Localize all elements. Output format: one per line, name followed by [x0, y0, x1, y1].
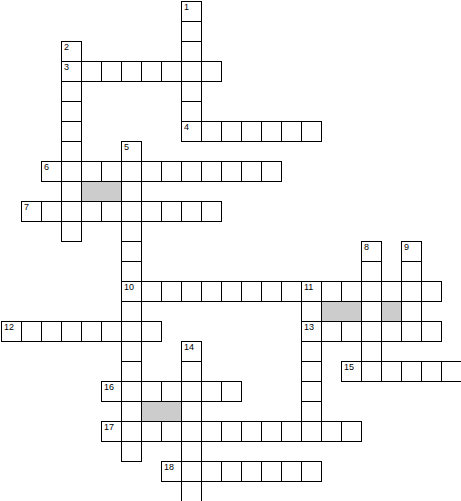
crossword-cell[interactable]	[421, 281, 442, 302]
crossword-cell[interactable]	[121, 221, 142, 242]
crossword-cell[interactable]	[81, 201, 102, 222]
crossword-cell[interactable]	[201, 161, 222, 182]
crossword-cell[interactable]	[381, 321, 402, 342]
crossword-cell[interactable]	[41, 161, 62, 182]
crossword-cell[interactable]	[181, 1, 202, 22]
crossword-cell[interactable]	[361, 301, 382, 322]
crossword-cell[interactable]	[241, 121, 262, 142]
crossword-cell[interactable]	[121, 421, 142, 442]
crossword-cell[interactable]	[341, 321, 362, 342]
crossword-cell[interactable]	[301, 401, 322, 422]
crossword-cell[interactable]	[361, 361, 382, 382]
crossword-cell[interactable]	[301, 321, 322, 342]
crossword-cell[interactable]	[121, 301, 142, 322]
crossword-cell[interactable]	[301, 341, 322, 362]
crossword-cell[interactable]	[361, 321, 382, 342]
crossword-cell[interactable]	[141, 381, 162, 402]
crossword-cell[interactable]	[161, 201, 182, 222]
crossword-cell[interactable]	[121, 61, 142, 82]
crossword-cell[interactable]	[61, 321, 82, 342]
crossword-cell[interactable]	[61, 61, 82, 82]
crossword-cell[interactable]	[221, 381, 242, 402]
crossword-cell[interactable]	[181, 81, 202, 102]
crossword-cell[interactable]	[241, 281, 262, 302]
crossword-cell[interactable]	[121, 361, 142, 382]
shaded-cell[interactable]	[81, 181, 122, 202]
crossword-cell[interactable]	[341, 361, 362, 382]
crossword-cell[interactable]	[441, 361, 461, 382]
crossword-cell[interactable]	[181, 21, 202, 42]
crossword-cell[interactable]	[321, 421, 342, 442]
crossword-cell[interactable]	[361, 241, 382, 262]
crossword-cell[interactable]	[221, 461, 242, 482]
crossword-cell[interactable]	[181, 41, 202, 62]
crossword-cell[interactable]	[341, 421, 362, 442]
shaded-cell[interactable]	[321, 301, 362, 322]
crossword-cell[interactable]	[381, 281, 402, 302]
crossword-cell[interactable]	[61, 121, 82, 142]
crossword-cell[interactable]	[301, 301, 322, 322]
shaded-cell[interactable]	[381, 301, 402, 322]
crossword-cell[interactable]	[301, 381, 322, 402]
crossword-cell[interactable]	[181, 481, 202, 501]
crossword-cell[interactable]	[401, 261, 422, 282]
crossword-cell[interactable]	[201, 201, 222, 222]
crossword-cell[interactable]	[61, 81, 82, 102]
crossword-cell[interactable]	[121, 281, 142, 302]
crossword-cell[interactable]	[21, 201, 42, 222]
crossword-cell[interactable]	[81, 321, 102, 342]
crossword-cell[interactable]	[101, 61, 122, 82]
crossword-cell[interactable]	[241, 161, 262, 182]
crossword-cell[interactable]	[421, 321, 442, 342]
crossword-cell[interactable]	[141, 161, 162, 182]
crossword-cell[interactable]	[81, 61, 102, 82]
crossword-cell[interactable]	[301, 421, 322, 442]
crossword-cell[interactable]	[421, 361, 442, 382]
crossword-cell[interactable]	[281, 461, 302, 482]
crossword-cell[interactable]	[301, 461, 322, 482]
crossword-cell[interactable]	[261, 461, 282, 482]
shaded-cell[interactable]	[141, 401, 182, 422]
crossword-cell[interactable]	[161, 381, 182, 402]
crossword-cell[interactable]	[401, 241, 422, 262]
crossword-cell[interactable]	[101, 381, 122, 402]
crossword-cell[interactable]	[261, 121, 282, 142]
crossword-cell[interactable]	[141, 421, 162, 442]
crossword-cell[interactable]	[61, 221, 82, 242]
crossword-cell[interactable]	[121, 201, 142, 222]
crossword-cell[interactable]	[41, 321, 62, 342]
crossword-cell[interactable]	[161, 461, 182, 482]
crossword-cell[interactable]	[181, 461, 202, 482]
crossword-cell[interactable]	[201, 121, 222, 142]
crossword-cell[interactable]	[181, 101, 202, 122]
crossword-cell[interactable]	[181, 441, 202, 462]
crossword-cell[interactable]	[401, 301, 422, 322]
crossword-cell[interactable]	[121, 401, 142, 422]
crossword-cell[interactable]	[361, 261, 382, 282]
crossword-cell[interactable]	[181, 341, 202, 362]
crossword-cell[interactable]	[181, 401, 202, 422]
crossword-cell[interactable]	[221, 421, 242, 442]
crossword-cell[interactable]	[81, 161, 102, 182]
crossword-cell[interactable]	[121, 381, 142, 402]
crossword-cell[interactable]	[241, 421, 262, 442]
crossword-cell[interactable]	[181, 281, 202, 302]
crossword-cell[interactable]	[321, 321, 342, 342]
crossword-cell[interactable]	[181, 201, 202, 222]
crossword-cell[interactable]	[121, 261, 142, 282]
crossword-cell[interactable]	[121, 321, 142, 342]
crossword-cell[interactable]	[141, 281, 162, 302]
crossword-cell[interactable]	[161, 421, 182, 442]
crossword-cell[interactable]	[61, 41, 82, 62]
crossword-cell[interactable]	[1, 321, 22, 342]
crossword-cell[interactable]	[61, 141, 82, 162]
crossword-cell[interactable]	[201, 381, 222, 402]
crossword-cell[interactable]	[201, 281, 222, 302]
crossword-cell[interactable]	[161, 61, 182, 82]
crossword-cell[interactable]	[181, 161, 202, 182]
crossword-cell[interactable]	[201, 461, 222, 482]
crossword-cell[interactable]	[301, 281, 322, 302]
crossword-cell[interactable]	[401, 281, 422, 302]
crossword-cell[interactable]	[121, 341, 142, 362]
crossword-cell[interactable]	[301, 361, 322, 382]
crossword-cell[interactable]	[101, 321, 122, 342]
crossword-cell[interactable]	[121, 181, 142, 202]
crossword-cell[interactable]	[221, 161, 242, 182]
crossword-cell[interactable]	[61, 101, 82, 122]
crossword-cell[interactable]	[101, 201, 122, 222]
crossword-cell[interactable]	[401, 321, 422, 342]
crossword-cell[interactable]	[101, 161, 122, 182]
crossword-cell[interactable]	[61, 181, 82, 202]
crossword-cell[interactable]	[181, 121, 202, 142]
crossword-cell[interactable]	[361, 281, 382, 302]
crossword-cell[interactable]	[161, 161, 182, 182]
crossword-cell[interactable]	[121, 441, 142, 462]
crossword-cell[interactable]	[221, 121, 242, 142]
crossword-cell[interactable]	[321, 281, 342, 302]
crossword-cell[interactable]	[161, 281, 182, 302]
crossword-cell[interactable]	[181, 421, 202, 442]
crossword-cell[interactable]	[281, 421, 302, 442]
crossword-cell[interactable]	[121, 161, 142, 182]
crossword-cell[interactable]	[201, 421, 222, 442]
crossword-cell[interactable]	[221, 281, 242, 302]
crossword-cell[interactable]	[261, 161, 282, 182]
crossword-cell[interactable]	[261, 421, 282, 442]
crossword-cell[interactable]	[401, 361, 422, 382]
crossword-board: 123456789101112131415161718	[0, 0, 461, 501]
crossword-cell[interactable]	[21, 321, 42, 342]
crossword-cell[interactable]	[141, 321, 162, 342]
crossword-cell[interactable]	[181, 361, 202, 382]
crossword-cell[interactable]	[201, 61, 222, 82]
crossword-cell[interactable]	[181, 381, 202, 402]
crossword-cell[interactable]	[281, 281, 302, 302]
crossword-cell[interactable]	[121, 241, 142, 262]
crossword-cell[interactable]	[181, 61, 202, 82]
crossword-cell[interactable]	[141, 201, 162, 222]
crossword-cell[interactable]	[381, 361, 402, 382]
crossword-cell[interactable]	[141, 61, 162, 82]
crossword-cell[interactable]	[361, 341, 382, 362]
crossword-cell[interactable]	[261, 281, 282, 302]
crossword-cell[interactable]	[61, 161, 82, 182]
crossword-cell[interactable]	[301, 121, 322, 142]
crossword-cell[interactable]	[281, 121, 302, 142]
crossword-cell[interactable]	[341, 281, 362, 302]
crossword-cell[interactable]	[41, 201, 62, 222]
crossword-cell[interactable]	[241, 461, 262, 482]
crossword-cell[interactable]	[121, 141, 142, 162]
crossword-cell[interactable]	[61, 201, 82, 222]
crossword-cell[interactable]	[101, 421, 122, 442]
